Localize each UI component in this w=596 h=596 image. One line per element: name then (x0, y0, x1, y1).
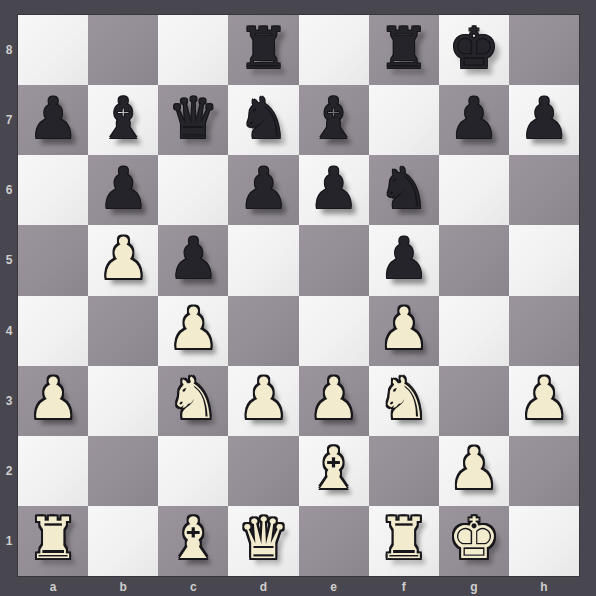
square-b4[interactable] (88, 296, 158, 366)
piece-white-queen-d1[interactable]: ♛ (238, 510, 289, 567)
piece-white-rook-f1[interactable]: ♜ (378, 510, 429, 567)
square-a1[interactable]: ♜ (18, 506, 88, 576)
piece-black-pawn-c5[interactable]: ♟ (168, 230, 219, 287)
square-a2[interactable] (18, 436, 88, 506)
piece-white-pawn-c4[interactable]: ♟ (168, 300, 219, 357)
square-e7[interactable]: ♝ (299, 85, 369, 155)
square-f2[interactable] (369, 436, 439, 506)
file-label-b: b (88, 577, 158, 596)
square-g8[interactable]: ♚ (439, 15, 509, 85)
square-c7[interactable]: ♛ (158, 85, 228, 155)
file-label-f: f (369, 577, 439, 596)
square-a7[interactable]: ♟ (18, 85, 88, 155)
rank-label-2: 2 (0, 436, 18, 506)
piece-white-pawn-d3[interactable]: ♟ (238, 370, 289, 427)
square-b6[interactable]: ♟ (88, 155, 158, 225)
piece-white-knight-c3[interactable]: ♞ (168, 370, 219, 427)
square-a8[interactable] (18, 15, 88, 85)
square-h5[interactable] (509, 225, 579, 295)
square-d7[interactable]: ♞ (228, 85, 298, 155)
rank-label-6: 6 (0, 155, 18, 225)
rank-label-4: 4 (0, 296, 18, 366)
piece-black-rook-f8[interactable]: ♜ (378, 20, 429, 77)
square-d5[interactable] (228, 225, 298, 295)
square-h3[interactable]: ♟ (509, 366, 579, 436)
piece-black-pawn-d6[interactable]: ♟ (238, 160, 289, 217)
piece-white-king-g1[interactable]: ♚ (448, 510, 499, 567)
piece-white-knight-f3[interactable]: ♞ (378, 370, 429, 427)
piece-white-rook-a1[interactable]: ♜ (28, 510, 79, 567)
square-c5[interactable]: ♟ (158, 225, 228, 295)
file-label-a: a (18, 577, 88, 596)
square-g1[interactable]: ♚ (439, 506, 509, 576)
square-h4[interactable] (509, 296, 579, 366)
square-h2[interactable] (509, 436, 579, 506)
square-f7[interactable] (369, 85, 439, 155)
square-e2[interactable]: ♝ (299, 436, 369, 506)
square-f5[interactable]: ♟ (369, 225, 439, 295)
square-e4[interactable] (299, 296, 369, 366)
file-labels: abcdefgh (18, 577, 579, 596)
square-g3[interactable] (439, 366, 509, 436)
square-f4[interactable]: ♟ (369, 296, 439, 366)
file-label-e: e (299, 577, 369, 596)
file-label-d: d (228, 577, 298, 596)
square-d2[interactable] (228, 436, 298, 506)
square-b2[interactable] (88, 436, 158, 506)
piece-white-pawn-f4[interactable]: ♟ (378, 300, 429, 357)
square-f6[interactable]: ♞ (369, 155, 439, 225)
square-g5[interactable] (439, 225, 509, 295)
piece-black-bishop-e7[interactable]: ♝ (308, 90, 359, 147)
file-label-g: g (439, 577, 509, 596)
piece-black-knight-f6[interactable]: ♞ (378, 160, 429, 217)
square-f3[interactable]: ♞ (369, 366, 439, 436)
square-g7[interactable]: ♟ (439, 85, 509, 155)
square-e8[interactable] (299, 15, 369, 85)
piece-black-bishop-b7[interactable]: ♝ (98, 90, 149, 147)
piece-black-pawn-a7[interactable]: ♟ (28, 90, 79, 147)
piece-white-pawn-e3[interactable]: ♟ (308, 370, 359, 427)
square-b8[interactable] (88, 15, 158, 85)
square-a5[interactable] (18, 225, 88, 295)
piece-white-pawn-g2[interactable]: ♟ (448, 440, 499, 497)
chess-diagram: ♜♜♚♟♝♛♞♝♟♟♟♟♟♞♟♟♟♟♟♟♞♟♟♞♟♝♟♜♝♛♜♚ 8765432… (0, 0, 596, 596)
square-d3[interactable]: ♟ (228, 366, 298, 436)
square-d6[interactable]: ♟ (228, 155, 298, 225)
square-b5[interactable]: ♟ (88, 225, 158, 295)
square-e1[interactable] (299, 506, 369, 576)
rank-label-3: 3 (0, 366, 18, 436)
square-h6[interactable] (509, 155, 579, 225)
piece-black-queen-c7[interactable]: ♛ (168, 90, 219, 147)
square-c4[interactable]: ♟ (158, 296, 228, 366)
piece-black-pawn-b6[interactable]: ♟ (98, 160, 149, 217)
square-h1[interactable] (509, 506, 579, 576)
piece-white-pawn-b5[interactable]: ♟ (98, 230, 149, 287)
square-g2[interactable]: ♟ (439, 436, 509, 506)
file-label-c: c (158, 577, 228, 596)
piece-black-king-g8[interactable]: ♚ (448, 20, 499, 77)
piece-white-bishop-e2[interactable]: ♝ (308, 440, 359, 497)
piece-black-pawn-h7[interactable]: ♟ (518, 90, 569, 147)
square-f1[interactable]: ♜ (369, 506, 439, 576)
square-c6[interactable] (158, 155, 228, 225)
square-h7[interactable]: ♟ (509, 85, 579, 155)
square-c3[interactable]: ♞ (158, 366, 228, 436)
square-d4[interactable] (228, 296, 298, 366)
square-a4[interactable] (18, 296, 88, 366)
square-d8[interactable]: ♜ (228, 15, 298, 85)
piece-black-pawn-e6[interactable]: ♟ (308, 160, 359, 217)
square-e5[interactable] (299, 225, 369, 295)
piece-black-pawn-g7[interactable]: ♟ (448, 90, 499, 147)
square-b1[interactable] (88, 506, 158, 576)
square-c1[interactable]: ♝ (158, 506, 228, 576)
file-label-h: h (509, 577, 579, 596)
square-b7[interactable]: ♝ (88, 85, 158, 155)
piece-black-knight-d7[interactable]: ♞ (238, 90, 289, 147)
piece-black-pawn-f5[interactable]: ♟ (378, 230, 429, 287)
square-c8[interactable] (158, 15, 228, 85)
square-f8[interactable]: ♜ (369, 15, 439, 85)
rank-label-1: 1 (0, 506, 18, 576)
square-c2[interactable] (158, 436, 228, 506)
piece-black-rook-d8[interactable]: ♜ (238, 20, 289, 77)
rank-label-7: 7 (0, 85, 18, 155)
square-d1[interactable]: ♛ (228, 506, 298, 576)
square-h8[interactable] (509, 15, 579, 85)
square-e6[interactable]: ♟ (299, 155, 369, 225)
square-g6[interactable] (439, 155, 509, 225)
square-b3[interactable] (88, 366, 158, 436)
rank-label-5: 5 (0, 225, 18, 295)
square-g4[interactable] (439, 296, 509, 366)
rank-label-8: 8 (0, 15, 18, 85)
square-a3[interactable]: ♟ (18, 366, 88, 436)
square-e3[interactable]: ♟ (299, 366, 369, 436)
rank-labels: 87654321 (0, 15, 18, 576)
chess-board: ♜♜♚♟♝♛♞♝♟♟♟♟♟♞♟♟♟♟♟♟♞♟♟♞♟♝♟♜♝♛♜♚ (18, 15, 579, 576)
square-a6[interactable] (18, 155, 88, 225)
piece-white-pawn-a3[interactable]: ♟ (28, 370, 79, 427)
piece-white-pawn-h3[interactable]: ♟ (518, 370, 569, 427)
piece-white-bishop-c1[interactable]: ♝ (168, 510, 219, 567)
